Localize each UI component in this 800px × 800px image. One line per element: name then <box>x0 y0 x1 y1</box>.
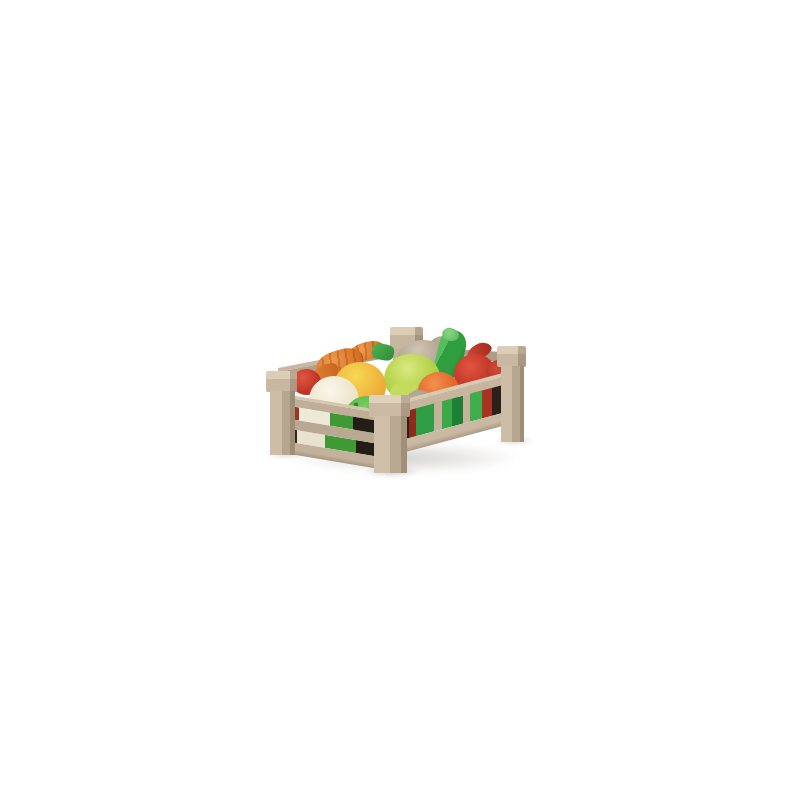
toy-crate-photo <box>0 0 800 800</box>
crate-post-right-body <box>501 366 524 442</box>
crate-post-right-cap <box>497 346 526 367</box>
photo-canvas <box>0 0 800 800</box>
crate-post-left-cap <box>266 371 297 392</box>
crate-post-near-body <box>374 416 407 473</box>
crate-post-left-body <box>270 391 295 455</box>
crate-post-near-cap <box>369 395 410 417</box>
